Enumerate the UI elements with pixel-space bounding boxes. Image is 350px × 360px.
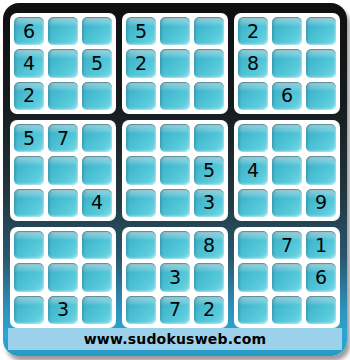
cell-r6c9[interactable]: 9 [306,189,336,217]
cell-r1c1[interactable]: 6 [14,17,44,45]
cell-r7c6[interactable]: 8 [194,231,224,259]
cell-r4c8[interactable] [272,124,302,152]
cell-r6c3[interactable]: 4 [82,189,112,217]
box-5: 53 [122,120,228,221]
cell-r2c5[interactable] [160,49,190,77]
cell-r2c1[interactable]: 4 [14,49,44,77]
cell-r8c5[interactable]: 3 [160,263,190,291]
cell-r9c5[interactable]: 7 [160,296,190,324]
cell-r4c6[interactable] [194,124,224,152]
cell-r9c2[interactable]: 3 [48,296,78,324]
site-url[interactable]: www.sudokusweb.com [84,331,267,347]
cell-r8c3[interactable] [82,263,112,291]
box-7: 3 [10,227,116,328]
cell-r5c1[interactable] [14,156,44,184]
cell-r4c5[interactable] [160,124,190,152]
cell-r5c5[interactable] [160,156,190,184]
cell-r1c8[interactable] [272,17,302,45]
cell-r9c7[interactable] [238,296,268,324]
cell-r5c8[interactable] [272,156,302,184]
cell-r7c2[interactable] [48,231,78,259]
cell-r6c6[interactable]: 3 [194,189,224,217]
cell-r7c1[interactable] [14,231,44,259]
cell-r3c4[interactable] [126,82,156,110]
cell-r2c6[interactable] [194,49,224,77]
box-9: 716 [234,227,340,328]
box-4: 574 [10,120,116,221]
cell-r7c5[interactable] [160,231,190,259]
box-2: 52 [122,13,228,114]
cell-r3c5[interactable] [160,82,190,110]
cell-r6c4[interactable] [126,189,156,217]
cell-r1c4[interactable]: 5 [126,17,156,45]
cell-r8c2[interactable] [48,263,78,291]
cell-r3c3[interactable] [82,82,112,110]
cell-r4c7[interactable] [238,124,268,152]
cell-r2c2[interactable] [48,49,78,77]
cell-r3c1[interactable]: 2 [14,82,44,110]
cell-r4c4[interactable] [126,124,156,152]
cell-r5c2[interactable] [48,156,78,184]
cell-r2c7[interactable]: 8 [238,49,268,77]
page: 645252286574534938372716 www.sudokusweb.… [0,0,350,360]
cell-r6c5[interactable] [160,189,190,217]
box-8: 8372 [122,227,228,328]
cell-r4c1[interactable]: 5 [14,124,44,152]
cell-r7c9[interactable]: 1 [306,231,336,259]
cell-r8c8[interactable] [272,263,302,291]
cell-r4c3[interactable] [82,124,112,152]
cell-r1c3[interactable] [82,17,112,45]
cell-r8c1[interactable] [14,263,44,291]
cell-r1c2[interactable] [48,17,78,45]
cell-r5c3[interactable] [82,156,112,184]
cell-r2c4[interactable]: 2 [126,49,156,77]
cell-r1c6[interactable] [194,17,224,45]
cell-r2c9[interactable] [306,49,336,77]
cell-r8c4[interactable] [126,263,156,291]
cell-r7c8[interactable]: 7 [272,231,302,259]
cell-r5c4[interactable] [126,156,156,184]
cell-r5c7[interactable]: 4 [238,156,268,184]
cell-r3c2[interactable] [48,82,78,110]
cell-r6c7[interactable] [238,189,268,217]
cell-r3c6[interactable] [194,82,224,110]
cell-r3c9[interactable] [306,82,336,110]
cell-r7c3[interactable] [82,231,112,259]
puzzle-frame: 645252286574534938372716 www.sudokusweb.… [3,3,347,356]
cell-r2c8[interactable] [272,49,302,77]
cell-r2c3[interactable]: 5 [82,49,112,77]
footer-band: www.sudokusweb.com [8,328,342,350]
cell-r3c7[interactable] [238,82,268,110]
cell-r4c9[interactable] [306,124,336,152]
cell-r6c1[interactable] [14,189,44,217]
cell-r9c9[interactable] [306,296,336,324]
cell-r1c9[interactable] [306,17,336,45]
cell-r1c5[interactable] [160,17,190,45]
cell-r9c3[interactable] [82,296,112,324]
box-6: 49 [234,120,340,221]
cell-r7c7[interactable] [238,231,268,259]
cell-r6c2[interactable] [48,189,78,217]
cell-r9c4[interactable] [126,296,156,324]
cell-r9c1[interactable] [14,296,44,324]
cell-r6c8[interactable] [272,189,302,217]
cell-r9c6[interactable]: 2 [194,296,224,324]
cell-r5c9[interactable] [306,156,336,184]
sudoku-grid: 645252286574534938372716 [10,13,340,328]
cell-r7c4[interactable] [126,231,156,259]
cell-r8c6[interactable] [194,263,224,291]
cell-r8c9[interactable]: 6 [306,263,336,291]
cell-r3c8[interactable]: 6 [272,82,302,110]
cell-r5c6[interactable]: 5 [194,156,224,184]
cell-r8c7[interactable] [238,263,268,291]
cell-r9c8[interactable] [272,296,302,324]
cell-r4c2[interactable]: 7 [48,124,78,152]
box-3: 286 [234,13,340,114]
box-1: 6452 [10,13,116,114]
cell-r1c7[interactable]: 2 [238,17,268,45]
